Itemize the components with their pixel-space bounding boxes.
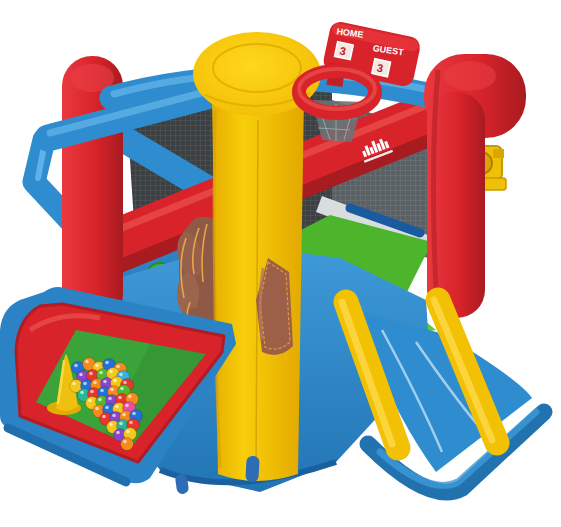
pit-ball	[121, 438, 134, 451]
pit-ball-highlight	[90, 390, 94, 394]
pit-ball-highlight	[89, 372, 93, 376]
pit-ball-highlight	[88, 399, 92, 403]
pit-ball-highlight	[95, 364, 99, 368]
pit-ball-highlight	[118, 396, 122, 400]
corner-pillar-right	[424, 54, 526, 318]
pit-ball-highlight	[80, 391, 84, 395]
pit-ball-highlight	[116, 431, 120, 435]
pit-ball-highlight	[85, 360, 89, 364]
pit-ball-highlight	[83, 382, 87, 386]
pit-ball-highlight	[112, 414, 116, 418]
pit-ball-highlight	[103, 380, 107, 384]
pit-ball-highlight	[120, 387, 124, 391]
pit-ball-highlight	[109, 370, 113, 374]
bat-brown-accessory	[256, 258, 293, 355]
pit-ball-highlight	[116, 365, 120, 369]
pit-ball-highlight	[132, 412, 136, 416]
pit-ball-highlight	[122, 413, 126, 417]
pit-ball-highlight	[109, 423, 113, 427]
pit-ball-highlight	[119, 373, 123, 377]
pit-ball-highlight	[119, 422, 123, 426]
pit-ball-highlight	[105, 406, 109, 410]
pit-ball-highlight	[95, 407, 99, 411]
pit-ball-highlight	[110, 388, 114, 392]
anchor-tab-center	[245, 456, 259, 483]
pit-ball-highlight	[74, 364, 78, 368]
pit-ball-highlight	[105, 361, 109, 365]
pit-ball-highlight	[93, 381, 97, 385]
pit-ball-highlight	[99, 371, 103, 375]
bounce-house-product-photo: HOME GUEST 3 3	[0, 0, 561, 527]
slide	[342, 300, 544, 492]
pit-ball-highlight	[79, 373, 83, 377]
pit-ball-highlight	[123, 440, 127, 444]
pit-ball-highlight	[123, 381, 127, 385]
pit-ball-highlight	[125, 404, 129, 408]
pit-ball-highlight	[72, 382, 76, 386]
pit-ball-highlight	[115, 405, 119, 409]
pit-ball-highlight	[100, 389, 104, 393]
pit-ball-highlight	[98, 398, 102, 402]
pit-ball-highlight	[129, 421, 133, 425]
pit-ball-highlight	[126, 430, 130, 434]
pit-ball-highlight	[128, 395, 132, 399]
pit-ball-highlight	[102, 415, 106, 419]
pit-ball-highlight	[108, 397, 112, 401]
scene: HOME GUEST 3 3	[0, 0, 561, 527]
pit-ball-highlight	[113, 379, 117, 383]
